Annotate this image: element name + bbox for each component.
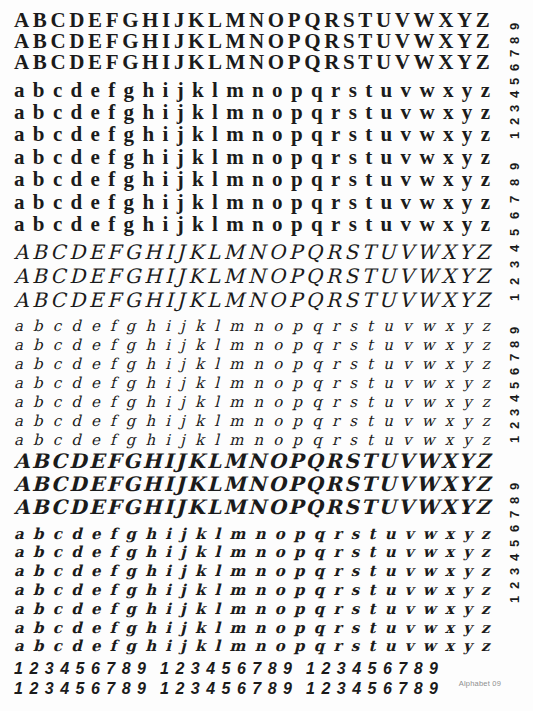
glyph-cell: 7 <box>106 681 115 697</box>
numerals-group: 123456789 <box>306 681 438 697</box>
glyph-cell: h <box>146 395 156 410</box>
glyph-cell: V <box>395 31 410 52</box>
glyph-cell: x <box>445 357 453 372</box>
glyph-cell: n <box>252 147 264 168</box>
glyph-cell: c <box>53 564 62 579</box>
glyph-cell: S <box>343 52 355 73</box>
glyph-cell: V <box>395 10 410 31</box>
glyph-cell: C <box>50 266 65 286</box>
glyph-cell: m <box>230 621 246 636</box>
glyph-cell: c <box>53 124 62 145</box>
glyph-cell: i <box>162 192 168 213</box>
glyph-cell: Y <box>459 290 472 310</box>
glyph-cell: x <box>445 564 454 579</box>
glyph-cell: b <box>33 192 45 213</box>
glyph-cell: 3 <box>508 261 521 268</box>
glyph-cell: l <box>214 319 219 334</box>
glyph-cell: k <box>195 338 204 353</box>
alphabet-row-serif-lowercase: abcdefghijklmnopqrstuvwxyz <box>14 79 490 101</box>
glyph-cell: q <box>312 357 322 372</box>
alphabet-row-boldscript-uppercase: ABCDEFGHIJKLMNOPQRSTUVWXYZ <box>14 473 490 496</box>
glyph-cell: x <box>445 621 454 636</box>
glyph-cell: C <box>50 31 65 52</box>
glyph-cell: s <box>349 376 357 391</box>
glyph-cell: p <box>291 214 303 235</box>
glyph-cell: e <box>91 169 100 190</box>
glyph-cell: 8 <box>268 681 277 697</box>
side-ruler-group: 987654321 <box>507 20 522 142</box>
glyph-cell: s <box>349 357 357 372</box>
glyph-cell: S <box>344 266 358 286</box>
glyph-cell: i <box>162 214 168 235</box>
glyph-cell: m <box>230 639 246 654</box>
glyph-cell: i <box>165 564 171 579</box>
glyph-cell: n <box>254 357 264 372</box>
glyph-cell: L <box>207 474 221 494</box>
glyph-cell: b <box>33 583 44 598</box>
glyph-cell: 4 <box>508 91 521 98</box>
glyph-cell: X <box>441 290 455 310</box>
glyph-cell: w <box>423 621 436 636</box>
glyph-cell: z <box>481 564 490 579</box>
glyph-cell: P <box>289 242 302 262</box>
glyph-cell: q <box>314 639 325 654</box>
glyph-cell: t <box>367 319 373 334</box>
glyph-cell: f <box>108 192 115 213</box>
glyph-cell: h <box>142 124 154 145</box>
glyph-cell: y <box>463 602 472 617</box>
glyph-cell: r <box>332 338 339 353</box>
glyph-cell: K <box>187 451 204 471</box>
glyph-cell: 3 <box>191 681 200 697</box>
glyph-cell: d <box>71 433 81 448</box>
glyph-cell: u <box>385 527 396 542</box>
glyph-cell: 6 <box>508 212 521 219</box>
glyph-cell: c <box>53 545 62 560</box>
alphabet-row-boldscript-lowercase: abcdefghijklmnopqrstuvwxyz <box>14 544 490 563</box>
glyph-cell: Z <box>476 266 490 286</box>
alphabet-row-script-lowercase: abcdefghijklmnopqrstuvwxyz <box>14 412 490 431</box>
glyph-cell: u <box>385 583 396 598</box>
glyph-cell: W <box>416 497 438 517</box>
glyph-cell: e <box>91 124 100 145</box>
glyph-cell: f <box>110 395 116 410</box>
glyph-cell: a <box>14 602 24 617</box>
glyph-cell: G <box>123 451 140 471</box>
glyph-cell: n <box>252 214 264 235</box>
glyph-cell: b <box>33 621 44 636</box>
glyph-cell: d <box>71 338 81 353</box>
glyph-cell: i <box>165 357 170 372</box>
glyph-cell: i <box>165 319 170 334</box>
glyph-cell: U <box>379 290 396 310</box>
glyph-cell: y <box>462 214 473 235</box>
glyph-cell: N <box>248 451 266 471</box>
glyph-cell: W <box>414 31 435 52</box>
glyph-cell: j <box>180 583 185 598</box>
glyph-cell: n <box>254 433 264 448</box>
glyph-cell: A <box>14 10 29 31</box>
glyph-cell: l <box>215 583 221 598</box>
glyph-cell: u <box>383 319 393 334</box>
glyph-cell: U <box>376 10 391 31</box>
glyph-cell: o <box>275 545 285 560</box>
glyph-cell: 6 <box>91 661 100 677</box>
alphabet-row-script-lowercase: abcdefghijklmnopqrstuvwxyz <box>14 374 490 393</box>
glyph-cell: m <box>230 527 246 542</box>
glyph-cell: w <box>419 169 434 190</box>
glyph-cell: h <box>145 621 156 636</box>
glyph-cell: R <box>325 474 342 494</box>
glyph-cell: M <box>223 451 245 471</box>
glyph-cell: 4 <box>60 681 69 697</box>
glyph-cell: D <box>69 497 86 517</box>
glyph-cell: a <box>14 527 24 542</box>
glyph-cell: O <box>268 31 284 52</box>
glyph-cell: K <box>188 31 204 52</box>
glyph-cell: A <box>14 31 29 52</box>
glyph-cell: Y <box>459 474 473 494</box>
glyph-cell: P <box>288 497 303 517</box>
glyph-cell: G <box>124 290 140 310</box>
glyph-cell: f <box>108 124 115 145</box>
glyph-cell: N <box>249 31 264 52</box>
glyph-cell: j <box>180 527 185 542</box>
glyph-cell: u <box>381 169 393 190</box>
glyph-cell: n <box>254 319 264 334</box>
glyph-cell: g <box>124 169 135 190</box>
glyph-cell: z <box>482 414 490 429</box>
glyph-cell: P <box>288 31 301 52</box>
glyph-cell: p <box>294 621 305 636</box>
glyph-cell: x <box>445 376 453 391</box>
glyph-cell: F <box>107 242 121 262</box>
glyph-cell: e <box>91 192 100 213</box>
glyph-cell: V <box>399 242 413 262</box>
glyph-cell: M <box>224 266 244 286</box>
numerals-group: 123456789 <box>14 681 146 697</box>
glyph-cell: 1 <box>508 596 521 603</box>
glyph-cell: 4 <box>206 661 215 677</box>
alphabet-row-script-uppercase: ABCDEFGHIJKLMNOPQRSTUVWXYZ <box>14 288 490 312</box>
glyph-cell: 8 <box>508 341 521 348</box>
glyph-cell: e <box>91 433 100 448</box>
glyph-cell: b <box>33 414 43 429</box>
glyph-cell: y <box>463 414 471 429</box>
glyph-cell: l <box>214 414 219 429</box>
glyph-cell: x <box>445 583 454 598</box>
glyph-cell: w <box>423 545 436 560</box>
glyph-cell: K <box>188 266 203 286</box>
glyph-cell: H <box>142 31 158 52</box>
numerals-row: 123456789 123456789 123456789 <box>14 659 490 679</box>
glyph-cell: R <box>326 266 341 286</box>
glyph-cell: B <box>32 497 49 517</box>
glyph-cell: 4 <box>352 681 361 697</box>
glyph-cell: A <box>14 451 30 471</box>
glyph-cell: 8 <box>122 661 131 677</box>
section-serif-uppercase: ABCDEFGHIJKLMNOPQRSTUVWXYZ ABCDEFGHIJKLM… <box>14 10 490 73</box>
glyph-cell: g <box>124 214 135 235</box>
glyph-cell: y <box>463 621 472 636</box>
glyph-cell: p <box>291 102 303 123</box>
glyph-cell: 1 <box>14 681 23 697</box>
glyph-cell: 6 <box>508 525 521 532</box>
glyph-cell: p <box>291 192 303 213</box>
glyph-cell: 5 <box>368 661 377 677</box>
glyph-cell: s <box>349 192 357 213</box>
glyph-cell: V <box>399 290 413 310</box>
glyph-cell: Y <box>459 497 473 517</box>
glyph-cell: q <box>314 583 325 598</box>
glyph-cell: Z <box>476 290 490 310</box>
glyph-cell: 2 <box>508 582 521 589</box>
glyph-cell: p <box>294 527 305 542</box>
glyph-cell: y <box>463 319 471 334</box>
glyph-cell: f <box>108 147 115 168</box>
glyph-cell: W <box>416 474 438 494</box>
glyph-cell: p <box>291 80 303 101</box>
glyph-cell: 9 <box>137 681 146 697</box>
glyph-cell: J <box>175 474 184 494</box>
glyph-cell: r <box>332 433 339 448</box>
glyph-cell: B <box>32 242 47 262</box>
glyph-cell: Y <box>457 52 472 73</box>
numerals-group: 123456789 <box>14 661 146 677</box>
glyph-cell: g <box>125 639 136 654</box>
glyph-cell: L <box>208 10 222 31</box>
glyph-cell: N <box>248 242 266 262</box>
glyph-cell: N <box>249 10 264 31</box>
glyph-cell: U <box>379 242 396 262</box>
glyph-cell: i <box>165 639 171 654</box>
glyph-cell: u <box>383 414 393 429</box>
alphabet-row-serif-uppercase: ABCDEFGHIJKLMNOPQRSTUVWXYZ <box>14 52 490 73</box>
glyph-cell: a <box>14 583 24 598</box>
glyph-cell: A <box>14 474 30 494</box>
glyph-cell: F <box>107 497 121 517</box>
glyph-cell: a <box>14 147 25 168</box>
glyph-cell: d <box>71 147 83 168</box>
glyph-cell: T <box>362 290 375 310</box>
glyph-cell: r <box>331 102 340 123</box>
glyph-cell: U <box>378 497 395 517</box>
glyph-cell: P <box>288 474 303 494</box>
glyph-cell: 8 <box>508 179 521 186</box>
glyph-cell: H <box>143 451 162 471</box>
glyph-cell: N <box>248 474 266 494</box>
glyph-cell: h <box>146 414 156 429</box>
glyph-cell: 9 <box>508 483 521 490</box>
glyph-cell: g <box>126 414 136 429</box>
glyph-cell: H <box>142 10 158 31</box>
glyph-cell: v <box>405 639 414 654</box>
glyph-cell: j <box>177 214 184 235</box>
glyph-cell: o <box>275 639 285 654</box>
glyph-cell: z <box>481 639 490 654</box>
glyph-cell: u <box>385 621 396 636</box>
glyph-cell: 9 <box>429 661 438 677</box>
glyph-cell: l <box>212 80 218 101</box>
glyph-cell: X <box>441 451 457 471</box>
glyph-cell: b <box>33 80 45 101</box>
glyph-cell: u <box>383 433 393 448</box>
glyph-cell: p <box>293 414 303 429</box>
glyph-cell: k <box>192 169 204 190</box>
glyph-cell: o <box>273 357 282 372</box>
glyph-cell: a <box>14 414 23 429</box>
glyph-cell: t <box>367 376 373 391</box>
glyph-cell: n <box>252 102 264 123</box>
alphabet-row-script-lowercase: abcdefghijklmnopqrstuvwxyz <box>14 355 490 374</box>
glyph-cell: d <box>71 602 82 617</box>
glyph-cell: z <box>482 357 490 372</box>
glyph-cell: t <box>365 169 372 190</box>
glyph-cell: c <box>53 169 62 190</box>
glyph-cell: B <box>33 31 47 52</box>
glyph-cell: E <box>89 474 104 494</box>
glyph-cell: z <box>482 395 490 410</box>
glyph-cell: b <box>33 319 43 334</box>
glyph-cell: k <box>192 80 204 101</box>
alphabet-row-script-uppercase: ABCDEFGHIJKLMNOPQRSTUVWXYZ <box>14 264 490 288</box>
glyph-cell: J <box>175 497 184 517</box>
glyph-cell: D <box>69 10 84 31</box>
glyph-cell: r <box>331 214 340 235</box>
glyph-cell: j <box>180 545 185 560</box>
glyph-cell: l <box>212 192 218 213</box>
glyph-cell: n <box>254 414 264 429</box>
section-numerals: 123456789 123456789 123456789 123456789 … <box>14 659 490 698</box>
glyph-cell: y <box>463 545 472 560</box>
glyph-cell: e <box>91 545 101 560</box>
glyph-cell: 1 <box>160 681 169 697</box>
glyph-cell: 3 <box>508 105 521 112</box>
glyph-cell: m <box>230 583 246 598</box>
glyph-cell: b <box>33 639 44 654</box>
glyph-cell: y <box>463 433 471 448</box>
glyph-cell: w <box>422 395 435 410</box>
glyph-cell: E <box>89 497 104 517</box>
glyph-cell: 5 <box>368 681 377 697</box>
glyph-cell: p <box>294 602 305 617</box>
glyph-cell: u <box>385 564 396 579</box>
glyph-cell: m <box>226 169 244 190</box>
glyph-cell: v <box>405 545 414 560</box>
glyph-cell: r <box>334 621 342 636</box>
glyph-cell: d <box>71 564 82 579</box>
glyph-cell: a <box>14 319 23 334</box>
glyph-cell: I <box>165 242 173 262</box>
glyph-cell: L <box>207 451 221 471</box>
glyph-cell: g <box>126 357 136 372</box>
glyph-cell: Y <box>457 31 472 52</box>
glyph-cell: R <box>326 290 341 310</box>
glyph-cell: k <box>192 124 204 145</box>
glyph-cell: y <box>462 102 473 123</box>
glyph-cell: F <box>106 10 119 31</box>
glyph-cell: a <box>14 169 25 190</box>
glyph-cell: f <box>108 102 115 123</box>
glyph-cell: f <box>110 414 116 429</box>
glyph-cell: o <box>273 414 282 429</box>
glyph-cell: e <box>91 214 100 235</box>
glyph-cell: O <box>268 474 285 494</box>
numerals-group: 123456789 <box>306 661 438 677</box>
glyph-cell: 7 <box>106 661 115 677</box>
glyph-cell: 9 <box>429 681 438 697</box>
glyph-cell: L <box>207 242 220 262</box>
glyph-cell: n <box>252 192 264 213</box>
glyph-cell: g <box>124 80 135 101</box>
glyph-cell: h <box>145 583 156 598</box>
glyph-cell: n <box>252 124 264 145</box>
section-script-lowercase: abcdefghijklmnopqrstuvwxyz abcdefghijklm… <box>14 317 490 450</box>
glyph-cell: a <box>14 338 23 353</box>
glyph-cell: A <box>14 52 29 73</box>
glyph-cell: h <box>142 214 154 235</box>
glyph-cell: t <box>368 639 375 654</box>
glyph-cell: k <box>192 214 204 235</box>
glyph-cell: d <box>71 376 81 391</box>
glyph-cell: j <box>180 338 185 353</box>
glyph-cell: I <box>162 52 170 73</box>
glyph-cell: W <box>414 10 435 31</box>
glyph-cell: H <box>142 52 158 73</box>
glyph-cell: 2 <box>321 681 330 697</box>
glyph-cell: y <box>462 192 473 213</box>
glyph-cell: M <box>223 474 245 494</box>
glyph-cell: E <box>89 290 104 310</box>
glyph-cell: k <box>195 602 205 617</box>
glyph-cell: S <box>344 474 358 494</box>
glyph-cell: 5 <box>508 228 521 235</box>
glyph-cell: L <box>208 31 222 52</box>
glyph-cell: i <box>165 376 170 391</box>
alphabet-row-serif-lowercase: abcdefghijklmnopqrstuvwxyz <box>14 146 490 168</box>
glyph-cell: Z <box>476 52 490 73</box>
numerals-group: 123456789 <box>160 681 292 697</box>
glyph-cell: u <box>385 602 396 617</box>
glyph-cell: J <box>174 31 185 52</box>
glyph-cell: a <box>14 376 23 391</box>
glyph-cell: t <box>365 102 372 123</box>
glyph-cell: O <box>268 10 284 31</box>
glyph-cell: N <box>248 497 266 517</box>
glyph-cell: v <box>403 319 411 334</box>
glyph-cell: m <box>226 80 244 101</box>
glyph-cell: z <box>481 527 490 542</box>
glyph-cell: o <box>275 602 285 617</box>
glyph-cell: r <box>332 319 339 334</box>
glyph-cell: q <box>312 376 322 391</box>
glyph-cell: E <box>89 266 104 286</box>
glyph-cell: k <box>195 395 204 410</box>
glyph-cell: R <box>324 10 339 31</box>
glyph-cell: j <box>177 80 184 101</box>
glyph-cell: h <box>145 564 156 579</box>
glyph-cell: X <box>441 497 457 517</box>
glyph-cell: v <box>403 338 411 353</box>
glyph-cell: A <box>14 266 28 286</box>
glyph-cell: t <box>367 433 373 448</box>
glyph-cell: 4 <box>508 554 521 561</box>
glyph-cell: p <box>291 147 303 168</box>
glyph-cell: B <box>32 266 47 286</box>
glyph-cell: O <box>268 451 285 471</box>
glyph-cell: U <box>378 474 395 494</box>
glyph-cell: F <box>106 31 119 52</box>
